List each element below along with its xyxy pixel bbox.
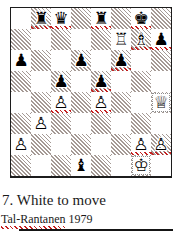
square-h7: ♟ xyxy=(151,29,171,50)
square-f1 xyxy=(111,155,131,176)
piece-black-bishop: ♝ xyxy=(71,155,91,176)
square-b3: ♙ xyxy=(31,113,51,134)
square-e2 xyxy=(91,134,111,155)
piece-black-pawn: ♟ xyxy=(11,50,31,71)
square-e1 xyxy=(91,155,111,176)
spellcheck-squiggle xyxy=(91,89,111,92)
piece-white-king: ♔ xyxy=(131,155,151,176)
square-b7 xyxy=(31,29,51,50)
puzzle-page: ♜♛♜♚♖♗♟♟♟♟♟♟♙♙♕♙♙♙♙♝♔ 7. White to move T… xyxy=(0,0,173,236)
square-g2: ♙ xyxy=(131,134,151,155)
square-e7 xyxy=(91,29,111,50)
square-c2 xyxy=(51,134,71,155)
spellcheck-squiggle xyxy=(151,152,171,155)
piece-black-pawn: ♟ xyxy=(51,71,71,92)
chess-board: ♜♛♜♚♖♗♟♟♟♟♟♟♙♙♕♙♙♙♙♝♔ xyxy=(10,7,172,178)
spellcheck-squiggle xyxy=(111,68,131,71)
spellcheck-squiggle xyxy=(131,26,151,29)
square-f6: ♟ xyxy=(111,50,131,71)
square-d6: ♟ xyxy=(71,50,91,71)
square-d8 xyxy=(71,8,91,29)
spellcheck-squiggle xyxy=(131,152,151,155)
square-g3 xyxy=(131,113,151,134)
square-a2: ♙ xyxy=(11,134,31,155)
square-h2: ♙ xyxy=(151,134,171,155)
piece-white-queen: ♕ xyxy=(151,92,171,113)
square-d5 xyxy=(71,71,91,92)
square-e4: ♙ xyxy=(91,92,111,113)
square-f7: ♖ xyxy=(111,29,131,50)
piece-white-rook: ♖ xyxy=(111,29,131,50)
square-a8 xyxy=(11,8,31,29)
spellcheck-squiggle xyxy=(151,47,171,50)
square-c3 xyxy=(51,113,71,134)
square-h6 xyxy=(151,50,171,71)
game-source: Tal-Rantanen1979 xyxy=(1,212,92,227)
square-f4 xyxy=(111,92,131,113)
square-c5: ♟ xyxy=(51,71,71,92)
square-b1 xyxy=(31,155,51,176)
square-f5 xyxy=(111,71,131,92)
square-h1 xyxy=(151,155,171,176)
square-c8: ♛ xyxy=(51,8,71,29)
puzzle-caption: 7. White to move xyxy=(2,192,106,209)
square-g7: ♗ xyxy=(131,29,151,50)
spellcheck-squiggle xyxy=(91,26,111,29)
square-a4 xyxy=(11,92,31,113)
square-e5: ♟ xyxy=(91,71,111,92)
square-g8: ♚ xyxy=(131,8,151,29)
players-name: Tal-Rantanen xyxy=(1,212,65,227)
square-e6 xyxy=(91,50,111,71)
square-h4: ♕ xyxy=(151,92,171,113)
square-h3 xyxy=(151,113,171,134)
square-f3 xyxy=(111,113,131,134)
square-a3 xyxy=(11,113,31,134)
square-g5 xyxy=(131,71,151,92)
square-c7 xyxy=(51,29,71,50)
square-h8 xyxy=(151,8,171,29)
square-c1 xyxy=(51,155,71,176)
square-c6 xyxy=(51,50,71,71)
piece-white-pawn: ♙ xyxy=(31,113,51,134)
square-d1: ♝ xyxy=(71,155,91,176)
piece-black-pawn: ♟ xyxy=(71,50,91,71)
square-b5 xyxy=(31,71,51,92)
square-f8 xyxy=(111,8,131,29)
square-e3 xyxy=(91,113,111,134)
spellcheck-squiggle xyxy=(51,110,71,113)
square-g1: ♔ xyxy=(131,155,151,176)
square-a6: ♟ xyxy=(11,50,31,71)
square-b4 xyxy=(31,92,51,113)
square-g4 xyxy=(131,92,151,113)
square-e8: ♜ xyxy=(91,8,111,29)
square-a1 xyxy=(11,155,31,176)
square-b2 xyxy=(31,134,51,155)
piece-white-pawn: ♙ xyxy=(11,134,31,155)
square-d2 xyxy=(71,134,91,155)
square-a7 xyxy=(11,29,31,50)
square-f2 xyxy=(111,134,131,155)
square-d4 xyxy=(71,92,91,113)
game-year: 1979 xyxy=(68,212,92,226)
spellcheck-squiggle xyxy=(91,110,111,113)
square-b6 xyxy=(31,50,51,71)
spellcheck-squiggle xyxy=(131,47,151,50)
spellcheck-squiggle xyxy=(31,26,51,29)
square-d7 xyxy=(71,29,91,50)
square-h5 xyxy=(151,71,171,92)
square-g6 xyxy=(131,50,151,71)
square-b8: ♜ xyxy=(31,8,51,29)
square-d3 xyxy=(71,113,91,134)
divider-line xyxy=(19,229,173,231)
spellcheck-squiggle xyxy=(51,26,71,29)
square-c4: ♙ xyxy=(51,92,71,113)
square-a5 xyxy=(11,71,31,92)
